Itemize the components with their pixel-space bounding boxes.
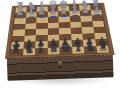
square: ♟: [37, 12, 48, 18]
square: ♟: [58, 11, 69, 17]
board-tilt: ♜♞♝♛♚♝♞♜♟♟♟♟♟♟♟♟♟♟♟♟♟♟♟♟♜♞♝♛♚♝♞♜: [5, 2, 115, 58]
square: ♜: [96, 46, 109, 53]
chess-piece-br: ♜: [96, 41, 109, 53]
drawer-knob: [58, 61, 62, 67]
chess-set-photo: ♜♞♝♛♚♝♞♜♟♟♟♟♟♟♟♟♟♟♟♟♟♟♟♟♜♞♝♛♚♝♞♜: [0, 0, 120, 90]
chess-piece-wp: ♟: [80, 5, 91, 15]
chess-piece-bn: ♞: [84, 41, 97, 53]
board-grid: ♜♞♝♛♚♝♞♜♟♟♟♟♟♟♟♟♟♟♟♟♟♟♟♟♜♞♝♛♚♝♞♜: [10, 5, 109, 56]
square: ♟: [69, 11, 80, 17]
chess-piece-wp: ♟: [36, 7, 47, 17]
chess-piece-wp: ♟: [69, 6, 80, 16]
chess-piece-wp: ♟: [91, 5, 102, 15]
chess-piece-br: ♜: [10, 44, 23, 56]
chess-piece-wp: ♟: [14, 8, 25, 18]
chess-piece-bb: ♝: [35, 43, 48, 55]
square: ♟: [15, 12, 26, 18]
square: ♟: [47, 11, 58, 17]
board-rim: ♜♞♝♛♚♝♞♜♟♟♟♟♟♟♟♟♟♟♟♟♟♟♟♟♜♞♝♛♚♝♞♜: [5, 2, 115, 58]
chess-piece-bq: ♛: [47, 41, 60, 54]
square: ♝: [35, 48, 47, 55]
square: ♞: [23, 48, 36, 55]
chess-piece-wp: ♟: [25, 7, 36, 17]
square: ♛: [47, 47, 59, 54]
square: ♟: [26, 12, 37, 18]
chess-piece-wp: ♟: [58, 6, 69, 16]
square: ♟: [90, 10, 102, 16]
chess-set: ♜♞♝♛♚♝♞♜♟♟♟♟♟♟♟♟♟♟♟♟♟♟♟♟♜♞♝♛♚♝♞♜: [0, 0, 120, 90]
square: ♝: [72, 46, 85, 53]
square: ♚: [59, 47, 72, 54]
square: ♟: [80, 10, 92, 16]
square: ♜: [10, 48, 23, 55]
chess-piece-wp: ♟: [47, 7, 58, 17]
chess-piece-bk: ♚: [59, 41, 72, 54]
board-perspective: ♜♞♝♛♚♝♞♜♟♟♟♟♟♟♟♟♟♟♟♟♟♟♟♟♜♞♝♛♚♝♞♜: [1, 0, 115, 59]
chess-piece-bb: ♝: [72, 41, 85, 53]
square: ♞: [84, 46, 97, 53]
chess-piece-bn: ♞: [22, 43, 35, 55]
